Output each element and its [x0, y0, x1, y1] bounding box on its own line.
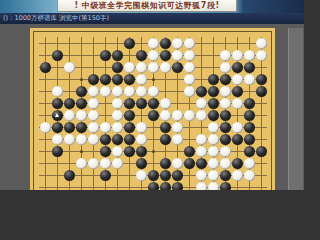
- board-cell[interactable]: [99, 37, 111, 49]
- black-stone: [148, 110, 159, 121]
- board-cell[interactable]: [195, 157, 207, 169]
- black-stone: [244, 122, 255, 133]
- board-cell[interactable]: [75, 109, 87, 121]
- board-cell[interactable]: [159, 181, 171, 190]
- board-cell[interactable]: [39, 109, 51, 121]
- board-cell[interactable]: [63, 181, 75, 190]
- board-cell[interactable]: [231, 85, 243, 97]
- board-cell[interactable]: [195, 97, 207, 109]
- board-cell[interactable]: [87, 181, 99, 190]
- board-cell[interactable]: [87, 61, 99, 73]
- board-cell[interactable]: [243, 97, 255, 109]
- board-cell[interactable]: [207, 121, 219, 133]
- board-cell[interactable]: [147, 97, 159, 109]
- black-stone: [76, 98, 87, 109]
- board-cell[interactable]: [255, 157, 267, 169]
- black-stone: [220, 110, 231, 121]
- black-stone: [244, 110, 255, 121]
- white-stone: [220, 62, 231, 73]
- board-cell[interactable]: [51, 181, 63, 190]
- board-cell[interactable]: [231, 49, 243, 61]
- black-stone: [100, 170, 111, 181]
- board-cell[interactable]: [39, 121, 51, 133]
- board-cell[interactable]: [207, 133, 219, 145]
- board-cell[interactable]: [135, 49, 147, 61]
- black-stone: [160, 158, 171, 169]
- board-cell[interactable]: [51, 109, 63, 121]
- board-cell[interactable]: [75, 169, 87, 181]
- board-cell[interactable]: [255, 61, 267, 73]
- board-cell[interactable]: [171, 37, 183, 49]
- black-stone: [100, 134, 111, 145]
- board-cell[interactable]: [147, 85, 159, 97]
- board-cell[interactable]: [123, 73, 135, 85]
- board-cell[interactable]: [243, 37, 255, 49]
- board-cell[interactable]: [87, 37, 99, 49]
- board-cell[interactable]: [135, 145, 147, 157]
- white-stone: [64, 62, 75, 73]
- board-cell[interactable]: [255, 109, 267, 121]
- board-cell[interactable]: [99, 97, 111, 109]
- board-cell[interactable]: [159, 73, 171, 85]
- board-cell[interactable]: [87, 73, 99, 85]
- board-cell[interactable]: [135, 97, 147, 109]
- board-cell[interactable]: [147, 73, 159, 85]
- board-cell[interactable]: [159, 49, 171, 61]
- board-cell[interactable]: [51, 157, 63, 169]
- board-cell[interactable]: [75, 49, 87, 61]
- board-cell[interactable]: [231, 97, 243, 109]
- board-cell[interactable]: [231, 169, 243, 181]
- board-cell[interactable]: [51, 61, 63, 73]
- white-stone: [220, 50, 231, 61]
- board-cell[interactable]: [183, 49, 195, 61]
- board-cell[interactable]: [183, 133, 195, 145]
- board-cell[interactable]: [87, 133, 99, 145]
- board-cell[interactable]: [243, 73, 255, 85]
- board-cell[interactable]: [243, 121, 255, 133]
- board-cell[interactable]: [51, 37, 63, 49]
- board-cell[interactable]: [111, 109, 123, 121]
- board-cell[interactable]: [159, 133, 171, 145]
- board-cell[interactable]: [111, 37, 123, 49]
- board-cell[interactable]: [195, 145, 207, 157]
- board-cell[interactable]: [159, 85, 171, 97]
- white-stone: [76, 158, 87, 169]
- board-cell[interactable]: [51, 133, 63, 145]
- board-cell[interactable]: [111, 133, 123, 145]
- board-cell[interactable]: [111, 97, 123, 109]
- board-cell[interactable]: [87, 109, 99, 121]
- white-stone: [184, 62, 195, 73]
- board-cell[interactable]: [147, 121, 159, 133]
- board-cell[interactable]: [159, 97, 171, 109]
- board-cell[interactable]: [183, 37, 195, 49]
- board-cell[interactable]: [159, 157, 171, 169]
- white-stone: [148, 62, 159, 73]
- board-cell[interactable]: [207, 145, 219, 157]
- board-cell[interactable]: [99, 181, 111, 190]
- board-cell[interactable]: [75, 37, 87, 49]
- board-cell[interactable]: [63, 109, 75, 121]
- board-cell[interactable]: [123, 49, 135, 61]
- black-stone: [100, 74, 111, 85]
- board-cell[interactable]: [39, 73, 51, 85]
- black-stone: [172, 170, 183, 181]
- black-stone: [220, 74, 231, 85]
- board-cell[interactable]: [183, 97, 195, 109]
- board-cell[interactable]: [123, 145, 135, 157]
- board-cell[interactable]: [63, 61, 75, 73]
- board-cell[interactable]: [111, 157, 123, 169]
- white-stone: [124, 86, 135, 97]
- white-stone: [112, 146, 123, 157]
- board-cell[interactable]: [231, 37, 243, 49]
- board-cell[interactable]: [219, 37, 231, 49]
- white-stone: [136, 86, 147, 97]
- board-cell[interactable]: [183, 157, 195, 169]
- board-cell[interactable]: [39, 169, 51, 181]
- board-cell[interactable]: [99, 145, 111, 157]
- board-cell[interactable]: [183, 61, 195, 73]
- board-cell[interactable]: [171, 61, 183, 73]
- board-cell[interactable]: [207, 85, 219, 97]
- white-stone: [172, 50, 183, 61]
- board-cell[interactable]: [135, 37, 147, 49]
- board-cell[interactable]: [255, 73, 267, 85]
- white-stone: [124, 62, 135, 73]
- board-cell[interactable]: [195, 169, 207, 181]
- board-cell[interactable]: [87, 145, 99, 157]
- board-cell[interactable]: [135, 169, 147, 181]
- black-stone: [256, 146, 267, 157]
- board-cell[interactable]: [87, 49, 99, 61]
- board-cell[interactable]: [99, 157, 111, 169]
- board-cell[interactable]: [39, 97, 51, 109]
- board-cell[interactable]: [39, 157, 51, 169]
- board-cell[interactable]: [195, 133, 207, 145]
- board-cell[interactable]: [135, 61, 147, 73]
- board-cell[interactable]: [63, 97, 75, 109]
- board-cell[interactable]: [243, 49, 255, 61]
- board-cell[interactable]: [171, 109, 183, 121]
- board-cell[interactable]: [135, 133, 147, 145]
- board-cell[interactable]: [171, 181, 183, 190]
- board-cell[interactable]: [219, 109, 231, 121]
- board-cell[interactable]: [135, 109, 147, 121]
- board-cell[interactable]: [231, 109, 243, 121]
- board-cell[interactable]: [51, 145, 63, 157]
- board-cell[interactable]: [255, 169, 267, 181]
- board-cell[interactable]: [231, 61, 243, 73]
- board-cell[interactable]: [183, 169, 195, 181]
- board-cell[interactable]: [87, 97, 99, 109]
- board-cell[interactable]: [243, 181, 255, 190]
- black-stone: [64, 98, 75, 109]
- board-cell[interactable]: [255, 97, 267, 109]
- board-cell[interactable]: [51, 121, 63, 133]
- board-cell[interactable]: [171, 133, 183, 145]
- board-cell[interactable]: [207, 169, 219, 181]
- board-cell[interactable]: [183, 109, 195, 121]
- board-cell[interactable]: [99, 61, 111, 73]
- board-cell[interactable]: [123, 61, 135, 73]
- board-cell[interactable]: [39, 133, 51, 145]
- board-cell[interactable]: [51, 85, 63, 97]
- board-cell[interactable]: [231, 121, 243, 133]
- board-cell[interactable]: [183, 145, 195, 157]
- black-stone: [196, 86, 207, 97]
- board-cell[interactable]: [63, 37, 75, 49]
- board-cell[interactable]: [123, 85, 135, 97]
- board-cell[interactable]: [207, 181, 219, 190]
- board-cell[interactable]: [243, 169, 255, 181]
- white-stone: [148, 38, 159, 49]
- board-cell[interactable]: [123, 109, 135, 121]
- board-cell[interactable]: [123, 181, 135, 190]
- board-cell[interactable]: [171, 85, 183, 97]
- board-cell[interactable]: [99, 85, 111, 97]
- white-stone: [88, 134, 99, 145]
- board-cell[interactable]: [207, 73, 219, 85]
- board-cell[interactable]: [255, 85, 267, 97]
- board-cell[interactable]: [231, 181, 243, 190]
- board-cell[interactable]: [111, 49, 123, 61]
- board-cell[interactable]: [171, 145, 183, 157]
- board-cell[interactable]: [135, 157, 147, 169]
- board-cell[interactable]: [207, 97, 219, 109]
- board-cell[interactable]: [111, 121, 123, 133]
- black-stone: [208, 98, 219, 109]
- board-cell[interactable]: [123, 157, 135, 169]
- board-cell[interactable]: [123, 121, 135, 133]
- board-cell[interactable]: [63, 133, 75, 145]
- board-cell[interactable]: [207, 49, 219, 61]
- board-cell[interactable]: [135, 73, 147, 85]
- board-cell[interactable]: [183, 85, 195, 97]
- board-cell[interactable]: [135, 121, 147, 133]
- board-cell[interactable]: [255, 145, 267, 157]
- board-cell[interactable]: [99, 121, 111, 133]
- board-cell[interactable]: [39, 145, 51, 157]
- black-stone: [220, 134, 231, 145]
- board-cell[interactable]: [147, 157, 159, 169]
- board-cell[interactable]: [99, 73, 111, 85]
- board-cell[interactable]: [99, 49, 111, 61]
- board-cell[interactable]: [159, 145, 171, 157]
- board-cell[interactable]: [123, 97, 135, 109]
- white-stone: [100, 86, 111, 97]
- board-cell[interactable]: [231, 73, 243, 85]
- board-cell[interactable]: [231, 133, 243, 145]
- board-cell[interactable]: [183, 181, 195, 190]
- board-cell[interactable]: [147, 145, 159, 157]
- board-cell[interactable]: [219, 97, 231, 109]
- black-stone: [172, 182, 183, 191]
- board-cell[interactable]: [63, 145, 75, 157]
- board-cell[interactable]: [243, 109, 255, 121]
- board-cell[interactable]: [171, 169, 183, 181]
- white-stone: [184, 74, 195, 85]
- board-cell[interactable]: [123, 169, 135, 181]
- board-cell[interactable]: [219, 157, 231, 169]
- board-cell[interactable]: [171, 49, 183, 61]
- board-cell[interactable]: [39, 181, 51, 190]
- board-cell[interactable]: [123, 133, 135, 145]
- board-cell[interactable]: [159, 109, 171, 121]
- board-cell[interactable]: [75, 73, 87, 85]
- board-cell[interactable]: [219, 85, 231, 97]
- board-cell[interactable]: [219, 49, 231, 61]
- board-cell[interactable]: [99, 109, 111, 121]
- board-cell[interactable]: [171, 97, 183, 109]
- white-stone: [196, 170, 207, 181]
- board-cell[interactable]: [147, 109, 159, 121]
- white-stone: [196, 146, 207, 157]
- board-cell[interactable]: [75, 121, 87, 133]
- board-cell[interactable]: [75, 97, 87, 109]
- black-stone: [52, 122, 63, 133]
- board-cell[interactable]: [159, 61, 171, 73]
- board-cell[interactable]: [147, 49, 159, 61]
- board-cell[interactable]: [111, 169, 123, 181]
- board-cell[interactable]: [219, 145, 231, 157]
- white-stone: [40, 122, 51, 133]
- board-cell[interactable]: [87, 157, 99, 169]
- board-cell[interactable]: [207, 109, 219, 121]
- board-cell[interactable]: [99, 169, 111, 181]
- white-stone: [208, 170, 219, 181]
- board-cell[interactable]: [63, 49, 75, 61]
- board-cell[interactable]: [243, 157, 255, 169]
- board-cell[interactable]: [147, 169, 159, 181]
- board-cell[interactable]: [135, 85, 147, 97]
- board-cell[interactable]: [207, 157, 219, 169]
- white-stone: [232, 50, 243, 61]
- white-stone: [232, 74, 243, 85]
- board-cell[interactable]: [135, 181, 147, 190]
- board-cell[interactable]: [51, 169, 63, 181]
- board-cell[interactable]: [75, 133, 87, 145]
- board-cell[interactable]: [111, 85, 123, 97]
- board-cell[interactable]: [111, 61, 123, 73]
- board-cell[interactable]: [255, 181, 267, 190]
- board-cell[interactable]: [219, 181, 231, 190]
- board-cell[interactable]: [51, 97, 63, 109]
- board-cell[interactable]: [195, 73, 207, 85]
- board-cell[interactable]: [255, 37, 267, 49]
- board-cell[interactable]: [219, 121, 231, 133]
- board-cell[interactable]: [51, 49, 63, 61]
- board-cell[interactable]: [195, 37, 207, 49]
- black-stone: [232, 158, 243, 169]
- board-cell[interactable]: [171, 157, 183, 169]
- board-cell[interactable]: [207, 37, 219, 49]
- black-stone: [184, 146, 195, 157]
- board-cell[interactable]: [231, 157, 243, 169]
- board-cell[interactable]: [195, 49, 207, 61]
- board-cell[interactable]: [171, 121, 183, 133]
- board-cell[interactable]: [183, 73, 195, 85]
- board-cell[interactable]: [147, 133, 159, 145]
- board-cell[interactable]: [255, 49, 267, 61]
- board-cell[interactable]: [255, 133, 267, 145]
- board-cell[interactable]: [195, 181, 207, 190]
- white-stone: [148, 50, 159, 61]
- board-cell[interactable]: [63, 73, 75, 85]
- board-cell[interactable]: [147, 37, 159, 49]
- board-cell[interactable]: [219, 73, 231, 85]
- white-stone: [184, 86, 195, 97]
- board-cell[interactable]: [63, 169, 75, 181]
- board-cell[interactable]: [63, 121, 75, 133]
- board-cell[interactable]: [99, 133, 111, 145]
- board-cell[interactable]: [243, 61, 255, 73]
- black-stone: [172, 62, 183, 73]
- board-cell[interactable]: [183, 121, 195, 133]
- black-stone: [256, 74, 267, 85]
- board-cell[interactable]: [195, 85, 207, 97]
- board-cell[interactable]: [75, 61, 87, 73]
- board-cell[interactable]: [195, 109, 207, 121]
- board-cell[interactable]: [159, 121, 171, 133]
- board-cell[interactable]: [39, 37, 51, 49]
- board-cell[interactable]: [159, 169, 171, 181]
- black-stone: [52, 110, 63, 121]
- board-cell[interactable]: [75, 181, 87, 190]
- board-cell[interactable]: [147, 61, 159, 73]
- board-cell[interactable]: [243, 133, 255, 145]
- board-cell[interactable]: [87, 169, 99, 181]
- board-cell[interactable]: [111, 145, 123, 157]
- go-board[interactable]: [39, 37, 267, 190]
- board-cell[interactable]: [51, 73, 63, 85]
- white-stone: [52, 134, 63, 145]
- board-cell[interactable]: [75, 145, 87, 157]
- board-cell[interactable]: [195, 61, 207, 73]
- board-cell[interactable]: [219, 169, 231, 181]
- board-cell[interactable]: [39, 49, 51, 61]
- board-cell[interactable]: [243, 85, 255, 97]
- black-stone: [160, 38, 171, 49]
- board-cell[interactable]: [39, 61, 51, 73]
- board-cell[interactable]: [87, 85, 99, 97]
- white-stone: [208, 134, 219, 145]
- board-cell[interactable]: [63, 85, 75, 97]
- board-cell[interactable]: [195, 121, 207, 133]
- board-cell[interactable]: [123, 37, 135, 49]
- board-cell[interactable]: [219, 133, 231, 145]
- black-stone: [232, 86, 243, 97]
- board-cell[interactable]: [171, 73, 183, 85]
- board-cell[interactable]: [111, 73, 123, 85]
- white-stone: [172, 110, 183, 121]
- board-cell[interactable]: [159, 37, 171, 49]
- board-cell[interactable]: [39, 85, 51, 97]
- board-cell[interactable]: [87, 121, 99, 133]
- board-cell[interactable]: [255, 121, 267, 133]
- board-cell[interactable]: [63, 157, 75, 169]
- board-cell[interactable]: [243, 145, 255, 157]
- board-cell[interactable]: [207, 61, 219, 73]
- board-cell[interactable]: [231, 145, 243, 157]
- board-cell[interactable]: [147, 181, 159, 190]
- white-stone: [172, 38, 183, 49]
- board-cell[interactable]: [219, 61, 231, 73]
- board-cell[interactable]: [75, 85, 87, 97]
- board-cell[interactable]: [75, 157, 87, 169]
- board-cell[interactable]: [111, 181, 123, 190]
